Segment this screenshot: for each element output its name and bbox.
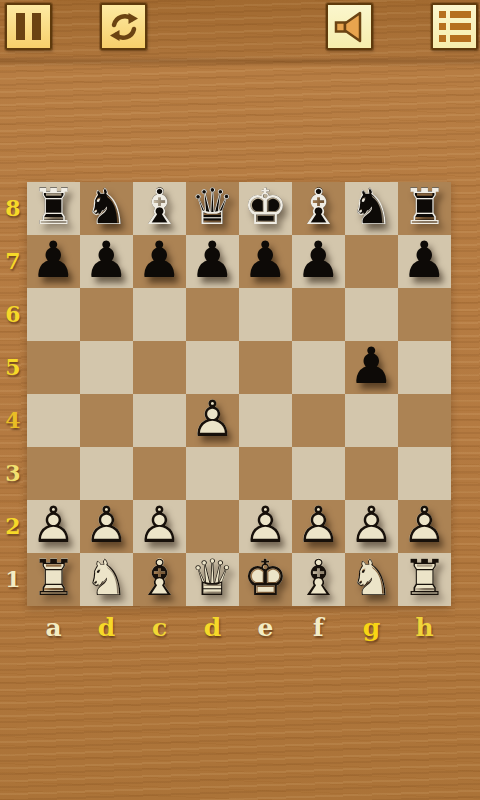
square-c8[interactable]: ♝♗ (133, 182, 186, 235)
square-g1[interactable]: ♞♘ (345, 553, 398, 606)
square-g7[interactable] (345, 235, 398, 288)
black-bishop-detail: ♗ (292, 180, 345, 235)
black-queen-detail: ♕ (186, 180, 239, 235)
square-b8[interactable]: ♞♘ (80, 182, 133, 235)
file-label-c: c (133, 608, 186, 648)
black-pawn: ♟ (186, 233, 239, 288)
square-b7[interactable]: ♟ (80, 235, 133, 288)
square-c2[interactable]: ♟♙ (133, 500, 186, 553)
white-king-detail: ♔ (239, 551, 292, 606)
square-g6[interactable] (345, 288, 398, 341)
black-rook-detail: ♖ (398, 180, 451, 235)
restart-button[interactable] (100, 3, 147, 50)
file-label-a: a (27, 608, 80, 648)
white-pawn-detail: ♙ (80, 498, 133, 553)
square-d6[interactable] (186, 288, 239, 341)
white-pawn-detail: ♙ (27, 498, 80, 553)
white-pawn-detail: ♙ (133, 498, 186, 553)
pause-button[interactable] (5, 3, 52, 50)
square-g5[interactable]: ♟ (345, 341, 398, 394)
square-e1[interactable]: ♚♔ (239, 553, 292, 606)
square-h4[interactable] (398, 394, 451, 447)
speaker-icon (332, 9, 368, 45)
file-label-d: d (186, 608, 239, 648)
white-bishop: ♝ (292, 551, 345, 606)
square-f3[interactable] (292, 447, 345, 500)
white-king: ♚ (239, 551, 292, 606)
square-b5[interactable] (80, 341, 133, 394)
square-b6[interactable] (80, 288, 133, 341)
white-queen: ♛ (186, 551, 239, 606)
restart-icon (107, 10, 141, 44)
square-d1[interactable]: ♛♕ (186, 553, 239, 606)
white-rook: ♜ (27, 551, 80, 606)
square-a7[interactable]: ♟ (27, 235, 80, 288)
square-a3[interactable] (27, 447, 80, 500)
black-knight: ♞ (345, 180, 398, 235)
square-f5[interactable] (292, 341, 345, 394)
white-pawn-detail: ♙ (186, 392, 239, 447)
square-g8[interactable]: ♞♘ (345, 182, 398, 235)
white-knight: ♞ (80, 551, 133, 606)
square-e5[interactable] (239, 341, 292, 394)
square-f1[interactable]: ♝♗ (292, 553, 345, 606)
black-pawn: ♟ (80, 233, 133, 288)
square-e7[interactable]: ♟ (239, 235, 292, 288)
file-label-g: g (345, 608, 398, 648)
square-h5[interactable] (398, 341, 451, 394)
white-rook: ♜ (398, 551, 451, 606)
square-f8[interactable]: ♝♗ (292, 182, 345, 235)
square-b4[interactable] (80, 394, 133, 447)
square-d2[interactable] (186, 500, 239, 553)
square-a5[interactable] (27, 341, 80, 394)
square-c6[interactable] (133, 288, 186, 341)
square-h7[interactable]: ♟ (398, 235, 451, 288)
black-rook-detail: ♖ (27, 180, 80, 235)
white-bishop: ♝ (133, 551, 186, 606)
square-h3[interactable] (398, 447, 451, 500)
square-b1[interactable]: ♞♘ (80, 553, 133, 606)
rank-label-7: 7 (0, 235, 26, 288)
white-rook-detail: ♖ (27, 551, 80, 606)
white-rook-detail: ♖ (398, 551, 451, 606)
black-bishop: ♝ (292, 180, 345, 235)
square-a6[interactable] (27, 288, 80, 341)
black-pawn: ♟ (239, 233, 292, 288)
square-c5[interactable] (133, 341, 186, 394)
rank-label-5: 5 (0, 341, 26, 394)
black-knight-detail: ♘ (345, 180, 398, 235)
white-pawn: ♟ (345, 498, 398, 553)
file-label-f: f (292, 608, 345, 648)
white-pawn: ♟ (239, 498, 292, 553)
rank-label-4: 4 (0, 394, 26, 447)
square-d3[interactable] (186, 447, 239, 500)
chess-board: ♜♖♞♘♝♗♛♕♚♔♝♗♞♘♜♖♟♟♟♟♟♟♟♟♟♙♟♙♟♙♟♙♟♙♟♙♟♙♟♙… (27, 182, 451, 606)
rank-label-8: 8 (0, 182, 26, 235)
square-b3[interactable] (80, 447, 133, 500)
square-e3[interactable] (239, 447, 292, 500)
toolbar-strip (0, 0, 480, 57)
file-label-h: h (398, 608, 451, 648)
square-h1[interactable]: ♜♖ (398, 553, 451, 606)
square-c7[interactable]: ♟ (133, 235, 186, 288)
white-pawn-detail: ♙ (398, 498, 451, 553)
file-label-b: d (80, 608, 133, 648)
black-rook: ♜ (398, 180, 451, 235)
white-pawn: ♟ (398, 498, 451, 553)
white-knight-detail: ♘ (345, 551, 398, 606)
square-h8[interactable]: ♜♖ (398, 182, 451, 235)
square-a4[interactable] (27, 394, 80, 447)
white-bishop-detail: ♗ (292, 551, 345, 606)
black-king: ♚ (239, 180, 292, 235)
square-d7[interactable]: ♟ (186, 235, 239, 288)
square-g4[interactable] (345, 394, 398, 447)
rank-label-6: 6 (0, 288, 26, 341)
wood-seam (0, 56, 480, 67)
square-a8[interactable]: ♜♖ (27, 182, 80, 235)
square-e6[interactable] (239, 288, 292, 341)
rank-label-1: 1 (0, 553, 26, 606)
white-knight: ♞ (345, 551, 398, 606)
square-h6[interactable] (398, 288, 451, 341)
white-bishop-detail: ♗ (133, 551, 186, 606)
square-e8[interactable]: ♚♔ (239, 182, 292, 235)
rank-label-2: 2 (0, 500, 26, 553)
square-c3[interactable] (133, 447, 186, 500)
square-d8[interactable]: ♛♕ (186, 182, 239, 235)
black-pawn: ♟ (292, 233, 345, 288)
square-f4[interactable] (292, 394, 345, 447)
black-queen: ♛ (186, 180, 239, 235)
pause-icon (16, 13, 41, 40)
square-d4[interactable]: ♟♙ (186, 394, 239, 447)
white-pawn-detail: ♙ (239, 498, 292, 553)
black-king-detail: ♔ (239, 180, 292, 235)
black-pawn: ♟ (398, 233, 451, 288)
square-f6[interactable] (292, 288, 345, 341)
black-pawn: ♟ (133, 233, 186, 288)
black-knight: ♞ (80, 180, 133, 235)
white-pawn-detail: ♙ (345, 498, 398, 553)
white-pawn-detail: ♙ (292, 498, 345, 553)
square-d5[interactable] (186, 341, 239, 394)
rank-label-3: 3 (0, 447, 26, 500)
white-queen-detail: ♕ (186, 551, 239, 606)
square-g2[interactable]: ♟♙ (345, 500, 398, 553)
white-pawn: ♟ (292, 498, 345, 553)
square-a2[interactable]: ♟♙ (27, 500, 80, 553)
square-c1[interactable]: ♝♗ (133, 553, 186, 606)
square-a1[interactable]: ♜♖ (27, 553, 80, 606)
white-pawn: ♟ (27, 498, 80, 553)
menu-icon (439, 11, 471, 42)
square-f2[interactable]: ♟♙ (292, 500, 345, 553)
square-e2[interactable]: ♟♙ (239, 500, 292, 553)
square-c4[interactable] (133, 394, 186, 447)
file-label-e: e (239, 608, 292, 648)
white-pawn: ♟ (186, 392, 239, 447)
white-pawn: ♟ (80, 498, 133, 553)
sound-button[interactable] (326, 3, 373, 50)
black-bishop-detail: ♗ (133, 180, 186, 235)
white-pawn: ♟ (133, 498, 186, 553)
black-pawn: ♟ (345, 339, 398, 394)
black-bishop: ♝ (133, 180, 186, 235)
white-knight-detail: ♘ (80, 551, 133, 606)
square-g3[interactable] (345, 447, 398, 500)
black-knight-detail: ♘ (80, 180, 133, 235)
square-b2[interactable]: ♟♙ (80, 500, 133, 553)
menu-button[interactable] (431, 3, 478, 50)
square-h2[interactable]: ♟♙ (398, 500, 451, 553)
black-rook: ♜ (27, 180, 80, 235)
app-root: ♜♖♞♘♝♗♛♕♚♔♝♗♞♘♜♖♟♟♟♟♟♟♟♟♟♙♟♙♟♙♟♙♟♙♟♙♟♙♟♙… (0, 0, 480, 800)
square-e4[interactable] (239, 394, 292, 447)
square-f7[interactable]: ♟ (292, 235, 345, 288)
black-pawn: ♟ (27, 233, 80, 288)
